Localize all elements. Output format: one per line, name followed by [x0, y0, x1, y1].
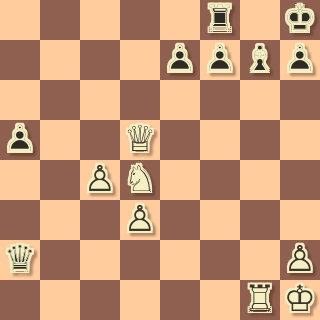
square-e7[interactable]: ♟♙ [160, 40, 200, 80]
piece-black-pawn-e7[interactable]: ♟♙ [160, 40, 200, 80]
square-b8[interactable] [40, 0, 80, 40]
square-d7[interactable] [120, 40, 160, 80]
square-h4[interactable] [280, 160, 320, 200]
square-d2[interactable] [120, 240, 160, 280]
square-h1[interactable]: ♚♔ [280, 280, 320, 320]
black-king-detail-glyph: ♔ [280, 0, 320, 39]
black-pawn-detail-glyph: ♙ [0, 119, 40, 159]
black-pawn-detail-glyph: ♙ [280, 39, 320, 79]
square-b7[interactable] [40, 40, 80, 80]
square-a6[interactable] [0, 80, 40, 120]
piece-black-pawn-f7[interactable]: ♟♙ [200, 40, 240, 80]
square-f4[interactable] [200, 160, 240, 200]
square-d3[interactable]: ♟♙ [120, 200, 160, 240]
square-e6[interactable] [160, 80, 200, 120]
square-a8[interactable] [0, 0, 40, 40]
black-bishop-detail-glyph: ♗ [240, 39, 280, 79]
chess-board: ♜♖♚♔♟♙♟♙♝♗♟♙♟♙♛♕♟♙♞♘♟♙♛♕♟♙♜♖♚♔ [0, 0, 320, 320]
piece-white-knight-d4[interactable]: ♞♘ [120, 160, 160, 200]
square-h3[interactable] [280, 200, 320, 240]
square-d5[interactable]: ♛♕ [120, 120, 160, 160]
square-f1[interactable] [200, 280, 240, 320]
square-g4[interactable] [240, 160, 280, 200]
white-pawn-detail-glyph: ♙ [80, 159, 120, 199]
square-d6[interactable] [120, 80, 160, 120]
square-a5[interactable]: ♟♙ [0, 120, 40, 160]
square-e1[interactable] [160, 280, 200, 320]
piece-white-pawn-d3[interactable]: ♟♙ [120, 200, 160, 240]
piece-white-queen-d5[interactable]: ♛♕ [120, 120, 160, 160]
piece-black-king-h8[interactable]: ♚♔ [280, 0, 320, 40]
square-a3[interactable] [0, 200, 40, 240]
square-g1[interactable]: ♜♖ [240, 280, 280, 320]
piece-white-pawn-c4[interactable]: ♟♙ [80, 160, 120, 200]
square-b2[interactable] [40, 240, 80, 280]
square-c5[interactable] [80, 120, 120, 160]
piece-white-king-h1[interactable]: ♚♔ [280, 280, 320, 320]
square-e3[interactable] [160, 200, 200, 240]
square-e8[interactable] [160, 0, 200, 40]
square-h5[interactable] [280, 120, 320, 160]
square-c6[interactable] [80, 80, 120, 120]
square-a1[interactable] [0, 280, 40, 320]
square-d1[interactable] [120, 280, 160, 320]
white-rook-detail-glyph: ♖ [240, 279, 280, 319]
square-a2[interactable]: ♛♕ [0, 240, 40, 280]
black-rook-detail-glyph: ♖ [200, 0, 240, 39]
square-f6[interactable] [200, 80, 240, 120]
square-f8[interactable]: ♜♖ [200, 0, 240, 40]
square-a4[interactable] [0, 160, 40, 200]
square-b3[interactable] [40, 200, 80, 240]
square-c4[interactable]: ♟♙ [80, 160, 120, 200]
white-king-detail-glyph: ♔ [280, 279, 320, 319]
square-c2[interactable] [80, 240, 120, 280]
piece-black-queen-a2[interactable]: ♛♕ [0, 240, 40, 280]
black-queen-detail-glyph: ♕ [0, 239, 40, 279]
piece-white-rook-g1[interactable]: ♜♖ [240, 280, 280, 320]
square-c3[interactable] [80, 200, 120, 240]
square-g7[interactable]: ♝♗ [240, 40, 280, 80]
square-d8[interactable] [120, 0, 160, 40]
square-a7[interactable] [0, 40, 40, 80]
piece-black-bishop-g7[interactable]: ♝♗ [240, 40, 280, 80]
piece-white-pawn-h2[interactable]: ♟♙ [280, 240, 320, 280]
square-h7[interactable]: ♟♙ [280, 40, 320, 80]
white-queen-detail-glyph: ♕ [120, 119, 160, 159]
white-pawn-detail-glyph: ♙ [280, 239, 320, 279]
square-f5[interactable] [200, 120, 240, 160]
piece-black-pawn-a5[interactable]: ♟♙ [0, 120, 40, 160]
square-f2[interactable] [200, 240, 240, 280]
square-h2[interactable]: ♟♙ [280, 240, 320, 280]
square-b6[interactable] [40, 80, 80, 120]
square-g5[interactable] [240, 120, 280, 160]
square-e5[interactable] [160, 120, 200, 160]
square-b4[interactable] [40, 160, 80, 200]
black-pawn-detail-glyph: ♙ [160, 39, 200, 79]
square-h8[interactable]: ♚♔ [280, 0, 320, 40]
square-b1[interactable] [40, 280, 80, 320]
black-pawn-detail-glyph: ♙ [200, 39, 240, 79]
square-d4[interactable]: ♞♘ [120, 160, 160, 200]
square-c7[interactable] [80, 40, 120, 80]
piece-black-pawn-h7[interactable]: ♟♙ [280, 40, 320, 80]
square-c8[interactable] [80, 0, 120, 40]
square-h6[interactable] [280, 80, 320, 120]
square-g3[interactable] [240, 200, 280, 240]
piece-black-rook-f8[interactable]: ♜♖ [200, 0, 240, 40]
white-pawn-detail-glyph: ♙ [120, 199, 160, 239]
square-g8[interactable] [240, 0, 280, 40]
white-knight-detail-glyph: ♘ [120, 159, 160, 199]
square-c1[interactable] [80, 280, 120, 320]
square-e4[interactable] [160, 160, 200, 200]
square-f3[interactable] [200, 200, 240, 240]
square-b5[interactable] [40, 120, 80, 160]
square-g6[interactable] [240, 80, 280, 120]
square-f7[interactable]: ♟♙ [200, 40, 240, 80]
square-e2[interactable] [160, 240, 200, 280]
square-g2[interactable] [240, 240, 280, 280]
